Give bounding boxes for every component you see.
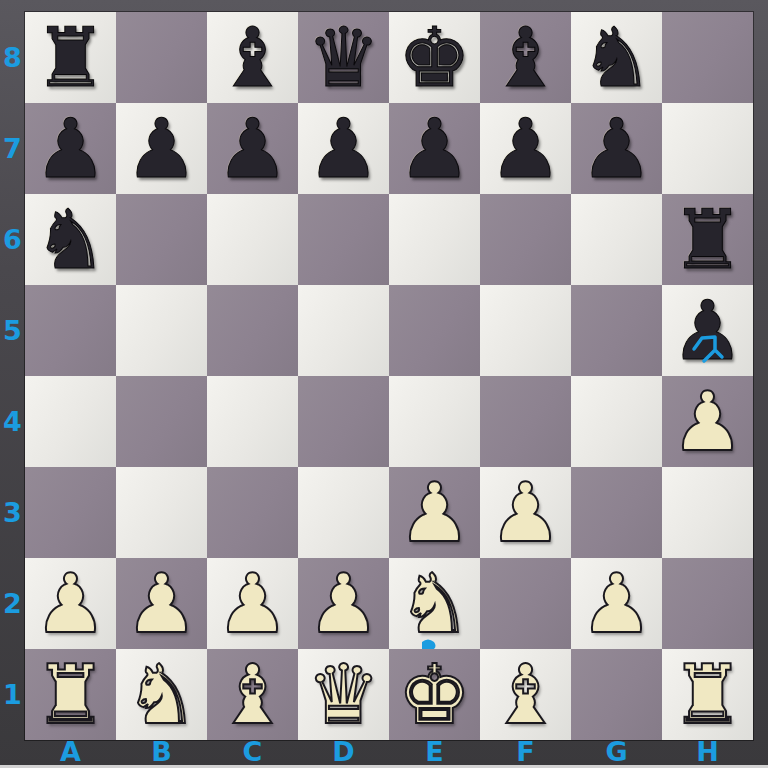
square-e4[interactable] <box>389 376 480 467</box>
square-b2[interactable]: ♟ <box>116 558 207 649</box>
square-c8[interactable]: ♝ <box>207 12 298 103</box>
square-c5[interactable] <box>207 285 298 376</box>
square-h7[interactable] <box>662 103 753 194</box>
piece-black-pawn[interactable]: ♟ <box>398 103 472 194</box>
square-b1[interactable]: ♞ <box>116 649 207 740</box>
piece-black-knight[interactable]: ♞ <box>34 194 108 285</box>
piece-white-pawn[interactable]: ♟ <box>216 558 290 649</box>
file-label-b: B <box>116 737 207 765</box>
piece-white-queen[interactable]: ♛ <box>307 649 381 740</box>
square-c6[interactable] <box>207 194 298 285</box>
rank-label-7: 7 <box>0 103 25 194</box>
square-f5[interactable] <box>480 285 571 376</box>
chess-app-window: ♜♝♛♚♝♞♟♟♟♟♟♟♟♞♜♟♟♟♟♟♟♟♟♞♟♜♞♝♛♚♝♜ 8765432… <box>0 0 768 768</box>
piece-black-pawn[interactable]: ♟ <box>580 103 654 194</box>
square-d6[interactable] <box>298 194 389 285</box>
square-d3[interactable] <box>298 467 389 558</box>
square-a1[interactable]: ♜ <box>25 649 116 740</box>
piece-white-rook[interactable]: ♜ <box>671 649 745 740</box>
square-d4[interactable] <box>298 376 389 467</box>
piece-white-pawn[interactable]: ♟ <box>307 558 381 649</box>
square-f7[interactable]: ♟ <box>480 103 571 194</box>
square-c2[interactable]: ♟ <box>207 558 298 649</box>
square-a8[interactable]: ♜ <box>25 12 116 103</box>
file-label-g: G <box>571 737 662 765</box>
rank-label-6: 6 <box>0 194 25 285</box>
piece-black-bishop[interactable]: ♝ <box>489 12 563 103</box>
square-e7[interactable]: ♟ <box>389 103 480 194</box>
square-d8[interactable]: ♛ <box>298 12 389 103</box>
square-g6[interactable] <box>571 194 662 285</box>
square-h8[interactable] <box>662 12 753 103</box>
square-f1[interactable]: ♝ <box>480 649 571 740</box>
piece-white-knight[interactable]: ♞ <box>398 558 472 649</box>
square-e1[interactable]: ♚ <box>389 649 480 740</box>
square-e8[interactable]: ♚ <box>389 12 480 103</box>
piece-white-bishop[interactable]: ♝ <box>489 649 563 740</box>
square-b6[interactable] <box>116 194 207 285</box>
square-b7[interactable]: ♟ <box>116 103 207 194</box>
piece-white-pawn[interactable]: ♟ <box>34 558 108 649</box>
square-a3[interactable] <box>25 467 116 558</box>
rank-label-5: 5 <box>0 285 25 376</box>
piece-white-bishop[interactable]: ♝ <box>216 649 290 740</box>
square-h2[interactable] <box>662 558 753 649</box>
square-c4[interactable] <box>207 376 298 467</box>
piece-white-pawn[interactable]: ♟ <box>398 467 472 558</box>
square-h6[interactable]: ♜ <box>662 194 753 285</box>
square-c1[interactable]: ♝ <box>207 649 298 740</box>
piece-black-bishop[interactable]: ♝ <box>216 12 290 103</box>
piece-white-king[interactable]: ♚ <box>398 649 472 740</box>
square-e3[interactable]: ♟ <box>389 467 480 558</box>
piece-black-knight[interactable]: ♞ <box>580 12 654 103</box>
piece-black-pawn[interactable]: ♟ <box>307 103 381 194</box>
file-label-e: E <box>389 737 480 765</box>
piece-black-king[interactable]: ♚ <box>398 12 472 103</box>
square-b5[interactable] <box>116 285 207 376</box>
piece-white-pawn[interactable]: ♟ <box>489 467 563 558</box>
file-label-a: A <box>25 737 116 765</box>
square-e6[interactable] <box>389 194 480 285</box>
chess-board: ♜♝♛♚♝♞♟♟♟♟♟♟♟♞♜♟♟♟♟♟♟♟♟♞♟♜♞♝♛♚♝♜ <box>25 12 753 740</box>
square-e2[interactable]: ♞ <box>389 558 480 649</box>
square-b8[interactable] <box>116 12 207 103</box>
piece-black-rook[interactable]: ♜ <box>34 12 108 103</box>
square-g1[interactable] <box>571 649 662 740</box>
square-b4[interactable] <box>116 376 207 467</box>
square-g5[interactable] <box>571 285 662 376</box>
square-g3[interactable] <box>571 467 662 558</box>
piece-black-rook[interactable]: ♜ <box>671 194 745 285</box>
square-c3[interactable] <box>207 467 298 558</box>
rank-label-4: 4 <box>0 376 25 467</box>
rank-label-2: 2 <box>0 558 25 649</box>
piece-white-pawn[interactable]: ♟ <box>125 558 199 649</box>
square-g7[interactable]: ♟ <box>571 103 662 194</box>
square-d5[interactable] <box>298 285 389 376</box>
file-label-h: H <box>662 737 753 765</box>
piece-black-pawn[interactable]: ♟ <box>125 103 199 194</box>
square-h1[interactable]: ♜ <box>662 649 753 740</box>
piece-black-pawn[interactable]: ♟ <box>34 103 108 194</box>
square-a6[interactable]: ♞ <box>25 194 116 285</box>
square-f3[interactable]: ♟ <box>480 467 571 558</box>
file-label-f: F <box>480 737 571 765</box>
square-e5[interactable] <box>389 285 480 376</box>
piece-black-queen[interactable]: ♛ <box>307 12 381 103</box>
square-f4[interactable] <box>480 376 571 467</box>
piece-black-pawn[interactable]: ♟ <box>671 285 745 376</box>
square-b3[interactable] <box>116 467 207 558</box>
file-label-d: D <box>298 737 389 765</box>
piece-white-rook[interactable]: ♜ <box>34 649 108 740</box>
square-g4[interactable] <box>571 376 662 467</box>
square-f8[interactable]: ♝ <box>480 12 571 103</box>
piece-black-pawn[interactable]: ♟ <box>489 103 563 194</box>
file-label-c: C <box>207 737 298 765</box>
square-h4[interactable]: ♟ <box>662 376 753 467</box>
piece-white-pawn[interactable]: ♟ <box>580 558 654 649</box>
square-a5[interactable] <box>25 285 116 376</box>
rank-label-8: 8 <box>0 12 25 103</box>
square-g8[interactable]: ♞ <box>571 12 662 103</box>
square-a2[interactable]: ♟ <box>25 558 116 649</box>
square-a4[interactable] <box>25 376 116 467</box>
piece-white-pawn[interactable]: ♟ <box>671 376 745 467</box>
piece-black-pawn[interactable]: ♟ <box>216 103 290 194</box>
piece-white-knight[interactable]: ♞ <box>125 649 199 740</box>
square-h3[interactable] <box>662 467 753 558</box>
square-c7[interactable]: ♟ <box>207 103 298 194</box>
square-d7[interactable]: ♟ <box>298 103 389 194</box>
square-g2[interactable]: ♟ <box>571 558 662 649</box>
square-a7[interactable]: ♟ <box>25 103 116 194</box>
square-d2[interactable]: ♟ <box>298 558 389 649</box>
rank-label-1: 1 <box>0 649 25 740</box>
square-f2[interactable] <box>480 558 571 649</box>
square-h5[interactable]: ♟ <box>662 285 753 376</box>
square-d1[interactable]: ♛ <box>298 649 389 740</box>
rank-label-3: 3 <box>0 467 25 558</box>
square-f6[interactable] <box>480 194 571 285</box>
